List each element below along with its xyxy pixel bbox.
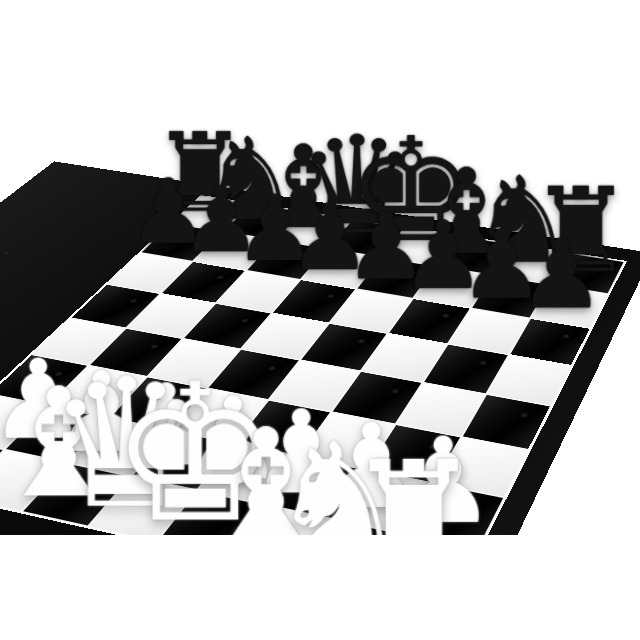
product-photo: ♜♞♝♛♚♝♞♜♟♟♟♟♟♟♟♟♟♟♟♟♟♟♟♟♜♞♝♛♚♝♞♜ bbox=[0, 0, 640, 640]
square-a5[interactable] bbox=[72, 285, 159, 328]
piece-anchor-a5 bbox=[72, 285, 159, 328]
photo-whitespace-bottom bbox=[0, 535, 640, 640]
black-pawn-h7[interactable]: ♟ bbox=[519, 227, 605, 323]
